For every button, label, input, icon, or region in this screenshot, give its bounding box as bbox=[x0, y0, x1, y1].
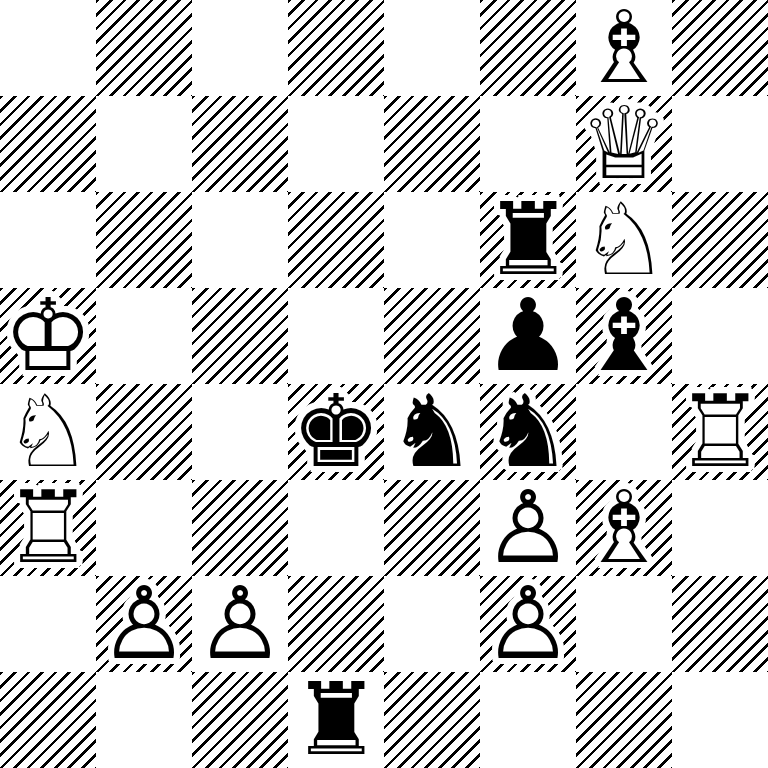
square-c2[interactable]: ♟♙ bbox=[192, 576, 288, 672]
square-b7[interactable] bbox=[96, 96, 192, 192]
square-f3[interactable]: ♟♙ bbox=[480, 480, 576, 576]
square-a5[interactable]: ♚♔ bbox=[0, 288, 96, 384]
square-h5[interactable] bbox=[672, 288, 768, 384]
black-pawn-ink: ♟ bbox=[480, 288, 576, 384]
black-knight-ink: ♞ bbox=[480, 384, 576, 480]
square-g4[interactable] bbox=[576, 384, 672, 480]
piece-white-king: ♚♔ bbox=[0, 288, 96, 384]
white-queen-ink: ♕ bbox=[576, 96, 672, 192]
square-e2[interactable] bbox=[384, 576, 480, 672]
square-c7[interactable] bbox=[192, 96, 288, 192]
square-e7[interactable] bbox=[384, 96, 480, 192]
square-b3[interactable] bbox=[96, 480, 192, 576]
piece-black-rook: ♜♜ bbox=[480, 192, 576, 288]
piece-white-knight: ♞♘ bbox=[0, 384, 96, 480]
piece-black-knight: ♞♞ bbox=[384, 384, 480, 480]
square-b2[interactable]: ♟♙ bbox=[96, 576, 192, 672]
black-bishop-ink: ♝ bbox=[576, 288, 672, 384]
square-e6[interactable] bbox=[384, 192, 480, 288]
square-a3[interactable]: ♜♖ bbox=[0, 480, 96, 576]
white-knight-ink: ♘ bbox=[0, 384, 96, 480]
piece-white-knight: ♞♘ bbox=[576, 192, 672, 288]
square-f5[interactable]: ♟♟ bbox=[480, 288, 576, 384]
square-d8[interactable] bbox=[288, 0, 384, 96]
square-e4[interactable]: ♞♞ bbox=[384, 384, 480, 480]
square-f2[interactable]: ♟♙ bbox=[480, 576, 576, 672]
square-b1[interactable] bbox=[96, 672, 192, 768]
black-rook-ink: ♜ bbox=[288, 672, 384, 768]
square-d2[interactable] bbox=[288, 576, 384, 672]
piece-white-pawn: ♟♙ bbox=[96, 576, 192, 672]
square-h8[interactable] bbox=[672, 0, 768, 96]
square-f7[interactable] bbox=[480, 96, 576, 192]
square-d7[interactable] bbox=[288, 96, 384, 192]
square-d3[interactable] bbox=[288, 480, 384, 576]
square-b5[interactable] bbox=[96, 288, 192, 384]
piece-black-king: ♚♚ bbox=[288, 384, 384, 480]
piece-white-rook: ♜♖ bbox=[0, 480, 96, 576]
square-h7[interactable] bbox=[672, 96, 768, 192]
square-e1[interactable] bbox=[384, 672, 480, 768]
chess-diagram: ♝♗♛♕♜♜♞♘♚♔♟♟♝♝♞♘♚♚♞♞♞♞♜♖♜♖♟♙♝♗♟♙♟♙♟♙♜♜ bbox=[0, 0, 768, 768]
black-rook-ink: ♜ bbox=[480, 192, 576, 288]
square-c4[interactable] bbox=[192, 384, 288, 480]
square-c1[interactable] bbox=[192, 672, 288, 768]
white-pawn-ink: ♙ bbox=[480, 480, 576, 576]
square-g7[interactable]: ♛♕ bbox=[576, 96, 672, 192]
black-king-ink: ♚ bbox=[288, 384, 384, 480]
white-bishop-ink: ♗ bbox=[576, 0, 672, 96]
square-d4[interactable]: ♚♚ bbox=[288, 384, 384, 480]
square-g1[interactable] bbox=[576, 672, 672, 768]
piece-black-knight: ♞♞ bbox=[480, 384, 576, 480]
square-c5[interactable] bbox=[192, 288, 288, 384]
chessboard: ♝♗♛♕♜♜♞♘♚♔♟♟♝♝♞♘♚♚♞♞♞♞♜♖♜♖♟♙♝♗♟♙♟♙♟♙♜♜ bbox=[0, 0, 768, 768]
square-a6[interactable] bbox=[0, 192, 96, 288]
square-g5[interactable]: ♝♝ bbox=[576, 288, 672, 384]
piece-black-bishop: ♝♝ bbox=[576, 288, 672, 384]
square-h6[interactable] bbox=[672, 192, 768, 288]
white-pawn-ink: ♙ bbox=[192, 576, 288, 672]
white-rook-ink: ♖ bbox=[672, 384, 768, 480]
square-g3[interactable]: ♝♗ bbox=[576, 480, 672, 576]
piece-black-rook: ♜♜ bbox=[288, 672, 384, 768]
square-d5[interactable] bbox=[288, 288, 384, 384]
black-knight-ink: ♞ bbox=[384, 384, 480, 480]
piece-white-rook: ♜♖ bbox=[672, 384, 768, 480]
piece-white-pawn: ♟♙ bbox=[480, 576, 576, 672]
square-h3[interactable] bbox=[672, 480, 768, 576]
square-h2[interactable] bbox=[672, 576, 768, 672]
white-bishop-ink: ♗ bbox=[576, 480, 672, 576]
square-e8[interactable] bbox=[384, 0, 480, 96]
square-a8[interactable] bbox=[0, 0, 96, 96]
square-h4[interactable]: ♜♖ bbox=[672, 384, 768, 480]
white-pawn-ink: ♙ bbox=[480, 576, 576, 672]
white-king-ink: ♔ bbox=[0, 288, 96, 384]
square-c6[interactable] bbox=[192, 192, 288, 288]
square-c3[interactable] bbox=[192, 480, 288, 576]
piece-white-pawn: ♟♙ bbox=[480, 480, 576, 576]
square-h1[interactable] bbox=[672, 672, 768, 768]
white-knight-ink: ♘ bbox=[576, 192, 672, 288]
square-a4[interactable]: ♞♘ bbox=[0, 384, 96, 480]
square-e3[interactable] bbox=[384, 480, 480, 576]
square-a1[interactable] bbox=[0, 672, 96, 768]
piece-white-pawn: ♟♙ bbox=[192, 576, 288, 672]
square-a2[interactable] bbox=[0, 576, 96, 672]
square-g2[interactable] bbox=[576, 576, 672, 672]
white-rook-ink: ♖ bbox=[0, 480, 96, 576]
square-g6[interactable]: ♞♘ bbox=[576, 192, 672, 288]
square-d6[interactable] bbox=[288, 192, 384, 288]
piece-white-bishop: ♝♗ bbox=[576, 480, 672, 576]
square-f8[interactable] bbox=[480, 0, 576, 96]
white-pawn-ink: ♙ bbox=[96, 576, 192, 672]
piece-white-bishop: ♝♗ bbox=[576, 0, 672, 96]
square-f6[interactable]: ♜♜ bbox=[480, 192, 576, 288]
square-a7[interactable] bbox=[0, 96, 96, 192]
square-d1[interactable]: ♜♜ bbox=[288, 672, 384, 768]
square-b4[interactable] bbox=[96, 384, 192, 480]
square-b6[interactable] bbox=[96, 192, 192, 288]
square-f1[interactable] bbox=[480, 672, 576, 768]
square-f4[interactable]: ♞♞ bbox=[480, 384, 576, 480]
square-e5[interactable] bbox=[384, 288, 480, 384]
piece-white-queen: ♛♕ bbox=[576, 96, 672, 192]
square-g8[interactable]: ♝♗ bbox=[576, 0, 672, 96]
square-c8[interactable] bbox=[192, 0, 288, 96]
piece-black-pawn: ♟♟ bbox=[480, 288, 576, 384]
square-b8[interactable] bbox=[96, 0, 192, 96]
